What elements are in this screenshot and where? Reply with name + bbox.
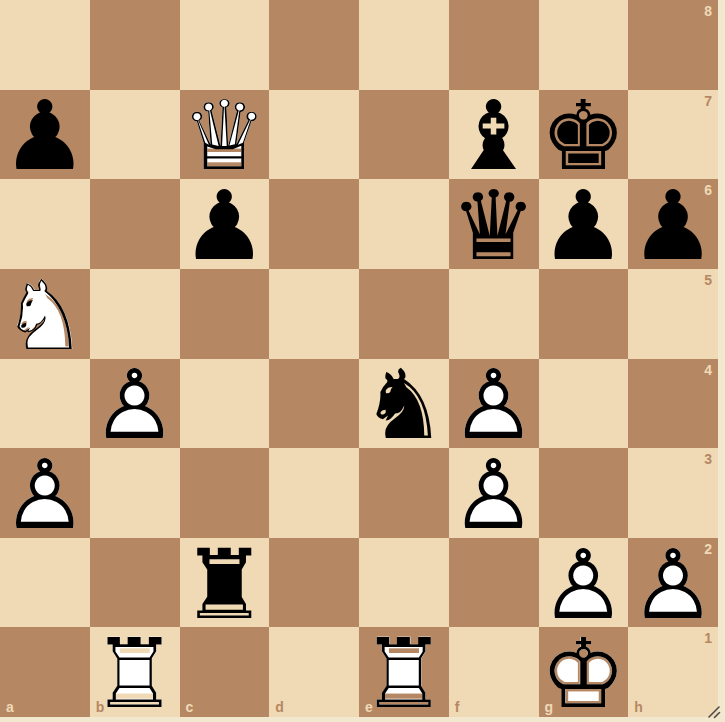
rank-label-6: 6 — [704, 183, 712, 197]
piece-glyph-outline: ♙ — [92, 357, 178, 453]
square-h6[interactable]: ♟6 — [628, 179, 718, 269]
square-e3[interactable] — [359, 448, 449, 538]
square-g4[interactable] — [539, 359, 629, 449]
file-label-b: b — [96, 700, 105, 714]
square-e1[interactable]: ♜♖e — [359, 627, 449, 717]
piece-glyph-outline: ♖ — [361, 626, 447, 722]
black-pawn[interactable]: ♟ — [0, 90, 90, 180]
square-f7[interactable]: ♝ — [449, 90, 539, 180]
black-king[interactable]: ♚ — [539, 90, 629, 180]
square-a1[interactable]: a — [0, 627, 90, 717]
square-f5[interactable] — [449, 269, 539, 359]
square-b7[interactable] — [90, 90, 180, 180]
square-b6[interactable] — [90, 179, 180, 269]
piece-glyph-outline: ♙ — [451, 447, 537, 543]
square-c3[interactable] — [180, 448, 270, 538]
white-pawn[interactable]: ♟♙ — [0, 448, 90, 538]
square-f2[interactable] — [449, 538, 539, 628]
rank-label-7: 7 — [704, 94, 712, 108]
square-g7[interactable]: ♚ — [539, 90, 629, 180]
white-queen[interactable]: ♛♕ — [180, 90, 270, 180]
square-g3[interactable] — [539, 448, 629, 538]
file-label-a: a — [6, 700, 14, 714]
square-e2[interactable] — [359, 538, 449, 628]
square-e7[interactable] — [359, 90, 449, 180]
square-a6[interactable] — [0, 179, 90, 269]
square-a2[interactable] — [0, 538, 90, 628]
square-a7[interactable]: ♟ — [0, 90, 90, 180]
file-label-h: h — [634, 700, 643, 714]
piece-glyph-outline: ♘ — [2, 268, 88, 364]
white-pawn[interactable]: ♟♙ — [449, 359, 539, 449]
rank-label-4: 4 — [704, 363, 712, 377]
resize-handle-icon[interactable] — [706, 704, 721, 719]
square-a3[interactable]: ♟♙ — [0, 448, 90, 538]
square-b2[interactable] — [90, 538, 180, 628]
square-f8[interactable] — [449, 0, 539, 90]
square-g1[interactable]: ♚♔g — [539, 627, 629, 717]
square-c5[interactable] — [180, 269, 270, 359]
square-d6[interactable] — [269, 179, 359, 269]
file-label-g: g — [545, 700, 554, 714]
square-d2[interactable] — [269, 538, 359, 628]
black-queen[interactable]: ♛ — [449, 179, 539, 269]
square-d4[interactable] — [269, 359, 359, 449]
file-label-c: c — [186, 700, 194, 714]
square-c8[interactable] — [180, 0, 270, 90]
square-h2[interactable]: ♟♙2 — [628, 538, 718, 628]
rank-label-3: 3 — [704, 452, 712, 466]
square-h3[interactable]: 3 — [628, 448, 718, 538]
square-e4[interactable]: ♞ — [359, 359, 449, 449]
file-label-f: f — [455, 700, 460, 714]
square-b5[interactable] — [90, 269, 180, 359]
square-f4[interactable]: ♟♙ — [449, 359, 539, 449]
square-c7[interactable]: ♛♕ — [180, 90, 270, 180]
square-h1[interactable]: 1h — [628, 627, 718, 717]
rank-label-1: 1 — [704, 631, 712, 645]
piece-glyph-outline: ♙ — [2, 447, 88, 543]
square-f3[interactable]: ♟♙ — [449, 448, 539, 538]
piece-glyph: ♟ — [2, 88, 88, 184]
square-g6[interactable]: ♟ — [539, 179, 629, 269]
piece-glyph-outline: ♖ — [92, 626, 178, 722]
square-b8[interactable] — [90, 0, 180, 90]
black-pawn[interactable]: ♟ — [539, 179, 629, 269]
square-f6[interactable]: ♛ — [449, 179, 539, 269]
square-h7[interactable]: 7 — [628, 90, 718, 180]
square-d5[interactable] — [269, 269, 359, 359]
square-b1[interactable]: ♜♖b — [90, 627, 180, 717]
square-e5[interactable] — [359, 269, 449, 359]
square-d1[interactable]: d — [269, 627, 359, 717]
piece-glyph: ♜ — [181, 537, 267, 633]
white-pawn[interactable]: ♟♙ — [449, 448, 539, 538]
file-label-d: d — [275, 700, 284, 714]
piece-glyph: ♟ — [181, 178, 267, 274]
square-b3[interactable] — [90, 448, 180, 538]
file-label-e: e — [365, 700, 373, 714]
square-d8[interactable] — [269, 0, 359, 90]
square-h8[interactable]: 8 — [628, 0, 718, 90]
square-e6[interactable] — [359, 179, 449, 269]
square-c2[interactable]: ♜ — [180, 538, 270, 628]
white-pawn[interactable]: ♟♙ — [90, 359, 180, 449]
piece-glyph: ♞ — [361, 357, 447, 453]
black-rook[interactable]: ♜ — [180, 538, 270, 628]
rank-label-8: 8 — [704, 4, 712, 18]
black-knight[interactable]: ♞ — [359, 359, 449, 449]
square-g5[interactable] — [539, 269, 629, 359]
square-a4[interactable] — [0, 359, 90, 449]
square-g2[interactable]: ♟♙ — [539, 538, 629, 628]
black-pawn[interactable]: ♟ — [180, 179, 270, 269]
square-a8[interactable] — [0, 0, 90, 90]
square-f1[interactable]: f — [449, 627, 539, 717]
square-e8[interactable] — [359, 0, 449, 90]
rank-label-2: 2 — [704, 542, 712, 556]
square-h5[interactable]: 5 — [628, 269, 718, 359]
square-d3[interactable] — [269, 448, 359, 538]
square-c1[interactable]: c — [180, 627, 270, 717]
square-a5[interactable]: ♞♘ — [0, 269, 90, 359]
rank-label-5: 5 — [704, 273, 712, 287]
piece-glyph: ♛ — [451, 178, 537, 274]
square-b4[interactable]: ♟♙ — [90, 359, 180, 449]
white-knight[interactable]: ♞♘ — [0, 269, 90, 359]
chess-board: 8♟♛♕♝♚7♟♛♟♟6♞♘5♟♙♞♟♙4♟♙♟♙3♜♟♙♟♙2a♜♖bcd♜♖… — [0, 0, 718, 717]
black-bishop[interactable]: ♝ — [449, 90, 539, 180]
square-d7[interactable] — [269, 90, 359, 180]
piece-glyph-outline: ♔ — [540, 626, 626, 722]
square-c4[interactable] — [180, 359, 270, 449]
square-h4[interactable]: 4 — [628, 359, 718, 449]
square-c6[interactable]: ♟ — [180, 179, 270, 269]
piece-glyph: ♟ — [540, 178, 626, 274]
square-g8[interactable] — [539, 0, 629, 90]
white-pawn[interactable]: ♟♙ — [539, 538, 629, 628]
